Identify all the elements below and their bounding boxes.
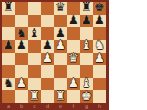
black-knight-piece: ♞	[16, 27, 27, 39]
white-bishop-piece: ♝	[81, 77, 92, 89]
square-g1[interactable]: ♚	[80, 90, 93, 103]
square-b3[interactable]	[15, 65, 28, 78]
square-c7[interactable]	[28, 15, 41, 28]
white-pawn-piece: ♟	[55, 39, 66, 51]
white-king-piece: ♚	[81, 90, 92, 102]
square-g5[interactable]: ♝	[80, 40, 93, 53]
white-queen-piece: ♛	[68, 52, 79, 64]
square-g6[interactable]	[80, 27, 93, 40]
square-f8[interactable]	[67, 2, 80, 15]
square-h7[interactable]: ♟	[93, 15, 106, 28]
black-pawn-piece: ♟	[94, 14, 105, 26]
square-c3[interactable]	[28, 65, 41, 78]
square-d8[interactable]	[41, 2, 54, 15]
black-pawn-piece: ♟	[16, 39, 27, 51]
square-d4[interactable]: ♟	[41, 53, 54, 66]
square-f2[interactable]: ♟	[67, 78, 80, 91]
square-a7[interactable]	[2, 15, 15, 28]
black-pawn-piece: ♟	[42, 39, 53, 51]
coordinate-label-f: f	[67, 103, 80, 110]
black-pawn-piece: ♟	[81, 14, 92, 26]
square-c4[interactable]	[28, 53, 41, 66]
square-e2[interactable]	[54, 78, 67, 91]
square-h4[interactable]: ♟	[93, 53, 106, 66]
square-f5[interactable]	[67, 40, 80, 53]
square-b2[interactable]: ♟	[15, 78, 28, 91]
black-bishop-piece: ♝	[29, 27, 40, 39]
square-c5[interactable]	[28, 40, 41, 53]
square-g2[interactable]: ♝	[80, 78, 93, 91]
square-a4[interactable]	[2, 53, 15, 66]
black-king-piece: ♚	[94, 1, 105, 13]
black-pawn-piece: ♟	[3, 39, 14, 51]
square-h8[interactable]: ♚	[93, 2, 106, 15]
square-h6[interactable]	[93, 27, 106, 40]
square-c2[interactable]	[28, 78, 41, 91]
square-b8[interactable]	[15, 2, 28, 15]
square-d1[interactable]	[41, 90, 54, 103]
black-pawn-piece: ♟	[55, 27, 66, 39]
square-d7[interactable]	[41, 15, 54, 28]
coordinate-label-d: d	[41, 103, 54, 110]
square-b7[interactable]	[15, 15, 28, 28]
white-pawn-piece: ♟	[42, 52, 53, 64]
square-g3[interactable]	[80, 65, 93, 78]
square-b1[interactable]	[15, 90, 28, 103]
coordinate-label-h: h	[93, 103, 106, 110]
square-a3[interactable]	[2, 65, 15, 78]
square-e6[interactable]: ♟	[54, 27, 67, 40]
square-h1[interactable]	[93, 90, 106, 103]
square-d5[interactable]: ♟	[41, 40, 54, 53]
square-g7[interactable]: ♟	[80, 15, 93, 28]
black-pawn-piece: ♟	[68, 14, 79, 26]
white-knight-piece: ♞	[94, 39, 105, 51]
square-f3[interactable]	[67, 65, 80, 78]
black-knight-piece: ♞	[3, 77, 14, 89]
square-e3[interactable]	[54, 65, 67, 78]
square-c1[interactable]: ♜	[28, 90, 41, 103]
square-f1[interactable]	[67, 90, 80, 103]
white-rook-piece: ♜	[29, 90, 40, 102]
white-pawn-piece: ♟	[94, 52, 105, 64]
file-coordinates: abcdefgh	[2, 103, 106, 110]
coordinate-label-c: c	[28, 103, 41, 110]
square-h3[interactable]	[93, 65, 106, 78]
black-queen-piece: ♛	[55, 1, 66, 13]
square-a6[interactable]	[2, 27, 15, 40]
page-background	[109, 0, 147, 110]
white-bishop-piece: ♝	[81, 39, 92, 51]
square-f7[interactable]: ♟	[67, 15, 80, 28]
chess-board-frame: ♜♛♜♚♟♟♟♞♝♟♟♟♟♟♝♞♟♛♟♞♟♟♝♜♜♚ abcdefgh	[0, 0, 109, 110]
square-e4[interactable]	[54, 53, 67, 66]
black-rook-piece: ♜	[81, 1, 92, 13]
square-c6[interactable]: ♝	[28, 27, 41, 40]
white-pawn-piece: ♟	[16, 77, 27, 89]
square-b4[interactable]	[15, 53, 28, 66]
square-a1[interactable]	[2, 90, 15, 103]
square-c8[interactable]	[28, 2, 41, 15]
black-rook-piece: ♜	[3, 1, 14, 13]
white-pawn-piece: ♟	[68, 77, 79, 89]
coordinate-label-g: g	[80, 103, 93, 110]
square-a2[interactable]: ♞	[2, 78, 15, 91]
square-d3[interactable]	[41, 65, 54, 78]
square-b5[interactable]: ♟	[15, 40, 28, 53]
square-b6[interactable]: ♞	[15, 27, 28, 40]
white-rook-piece: ♜	[55, 90, 66, 102]
square-e1[interactable]: ♜	[54, 90, 67, 103]
square-a8[interactable]: ♜	[2, 2, 15, 15]
square-e8[interactable]: ♛	[54, 2, 67, 15]
square-e7[interactable]	[54, 15, 67, 28]
square-f6[interactable]	[67, 27, 80, 40]
square-a5[interactable]: ♟	[2, 40, 15, 53]
coordinate-label-a: a	[2, 103, 15, 110]
square-g8[interactable]: ♜	[80, 2, 93, 15]
coordinate-label-e: e	[54, 103, 67, 110]
chess-board: ♜♛♜♚♟♟♟♞♝♟♟♟♟♟♝♞♟♛♟♞♟♟♝♜♜♚	[2, 2, 106, 103]
square-f4[interactable]: ♛	[67, 53, 80, 66]
square-g4[interactable]	[80, 53, 93, 66]
coordinate-label-b: b	[15, 103, 28, 110]
square-d2[interactable]	[41, 78, 54, 91]
square-e5[interactable]: ♟	[54, 40, 67, 53]
square-d6[interactable]	[41, 27, 54, 40]
square-h5[interactable]: ♞	[93, 40, 106, 53]
square-h2[interactable]	[93, 78, 106, 91]
